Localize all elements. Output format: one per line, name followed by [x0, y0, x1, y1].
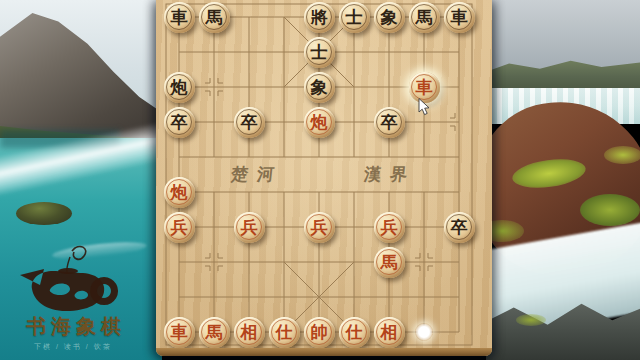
- moss-patch: [516, 314, 546, 326]
- piece-glyph: 兵: [374, 212, 405, 243]
- app-title: 书海象棋: [26, 313, 136, 340]
- piece-red-車-f0r9[interactable]: 車: [164, 317, 195, 348]
- mouse-cursor: [418, 98, 432, 116]
- piece-glyph: 卒: [444, 212, 475, 243]
- piece-black-卒-f2r3[interactable]: 卒: [234, 107, 265, 138]
- piece-glyph: 馬: [199, 2, 230, 33]
- river-label-han-jie: 漢界: [363, 163, 417, 186]
- piece-black-馬-f7r0[interactable]: 馬: [409, 2, 440, 33]
- last-move-origin-dot: [415, 323, 433, 341]
- piece-glyph: 炮: [164, 177, 195, 208]
- piece-black-馬-f1r0[interactable]: 馬: [199, 2, 230, 33]
- rock-islet: [16, 202, 72, 225]
- piece-black-卒-f0r3[interactable]: 卒: [164, 107, 195, 138]
- piece-glyph: 相: [374, 317, 405, 348]
- piece-glyph: 兵: [164, 212, 195, 243]
- piece-glyph: 馬: [199, 317, 230, 348]
- piece-glyph: 車: [444, 2, 475, 33]
- piece-red-兵-f6r6[interactable]: 兵: [374, 212, 405, 243]
- piece-glyph: 馬: [374, 247, 405, 278]
- piece-black-象-f6r0[interactable]: 象: [374, 2, 405, 33]
- background-right-waterfall: [486, 0, 640, 360]
- piece-glyph: 象: [304, 72, 335, 103]
- moss-patch: [604, 146, 640, 164]
- piece-black-將-f4r0[interactable]: 將: [304, 2, 335, 33]
- piece-black-象-f4r2[interactable]: 象: [304, 72, 335, 103]
- piece-glyph: 車: [164, 317, 195, 348]
- app-subtitle: 下棋 / 读书 / 饮茶: [34, 342, 112, 352]
- piece-red-馬-f6r7[interactable]: 馬: [374, 247, 405, 278]
- app-logo: 书海象棋 下棋 / 读书 / 饮茶: [0, 225, 150, 360]
- piece-glyph: 仕: [339, 317, 370, 348]
- piece-glyph: 將: [304, 2, 335, 33]
- piece-glyph: 士: [339, 2, 370, 33]
- piece-glyph: 兵: [234, 212, 265, 243]
- piece-red-馬-f1r9[interactable]: 馬: [199, 317, 230, 348]
- piece-glyph: 仕: [269, 317, 300, 348]
- piece-black-車-f8r0[interactable]: 車: [444, 2, 475, 33]
- piece-black-卒-f8r6[interactable]: 卒: [444, 212, 475, 243]
- piece-black-車-f0r0[interactable]: 車: [164, 2, 195, 33]
- piece-glyph: 炮: [304, 107, 335, 138]
- piece-red-相-f2r9[interactable]: 相: [234, 317, 265, 348]
- piece-black-士-f5r0[interactable]: 士: [339, 2, 370, 33]
- xiangqi-board[interactable]: 楚河 漢界 車馬將士象馬車士炮象車卒卒炮卒炮兵兵兵兵卒馬車馬相仕帥仕相: [156, 0, 492, 356]
- piece-glyph: 卒: [234, 107, 265, 138]
- river-label-chu-he: 楚河: [230, 163, 284, 186]
- piece-red-炮-f0r5[interactable]: 炮: [164, 177, 195, 208]
- teapot-icon: [18, 231, 122, 315]
- piece-red-兵-f4r6[interactable]: 兵: [304, 212, 335, 243]
- piece-red-兵-f2r6[interactable]: 兵: [234, 212, 265, 243]
- piece-black-炮-f0r2[interactable]: 炮: [164, 72, 195, 103]
- board-edge: [156, 348, 492, 356]
- game-screen: 楚河 漢界 車馬將士象馬車士炮象車卒卒炮卒炮兵兵兵兵卒馬車馬相仕帥仕相 书海象棋…: [0, 0, 640, 360]
- piece-glyph: 象: [374, 2, 405, 33]
- piece-red-帥-f4r9[interactable]: 帥: [304, 317, 335, 348]
- piece-glyph: 帥: [304, 317, 335, 348]
- piece-glyph: 炮: [164, 72, 195, 103]
- piece-glyph: 相: [234, 317, 265, 348]
- moss-patch: [580, 194, 640, 226]
- piece-red-兵-f0r6[interactable]: 兵: [164, 212, 195, 243]
- piece-glyph: 兵: [304, 212, 335, 243]
- piece-red-仕-f5r9[interactable]: 仕: [339, 317, 370, 348]
- piece-red-炮-f4r3[interactable]: 炮: [304, 107, 335, 138]
- piece-glyph: 車: [164, 2, 195, 33]
- piece-black-卒-f6r3[interactable]: 卒: [374, 107, 405, 138]
- piece-red-相-f6r9[interactable]: 相: [374, 317, 405, 348]
- piece-glyph: 士: [304, 37, 335, 68]
- piece-glyph: 卒: [164, 107, 195, 138]
- piece-glyph: 馬: [409, 2, 440, 33]
- piece-red-仕-f3r9[interactable]: 仕: [269, 317, 300, 348]
- sky: [486, 0, 640, 72]
- piece-glyph: 卒: [374, 107, 405, 138]
- piece-black-士-f4r1[interactable]: 士: [304, 37, 335, 68]
